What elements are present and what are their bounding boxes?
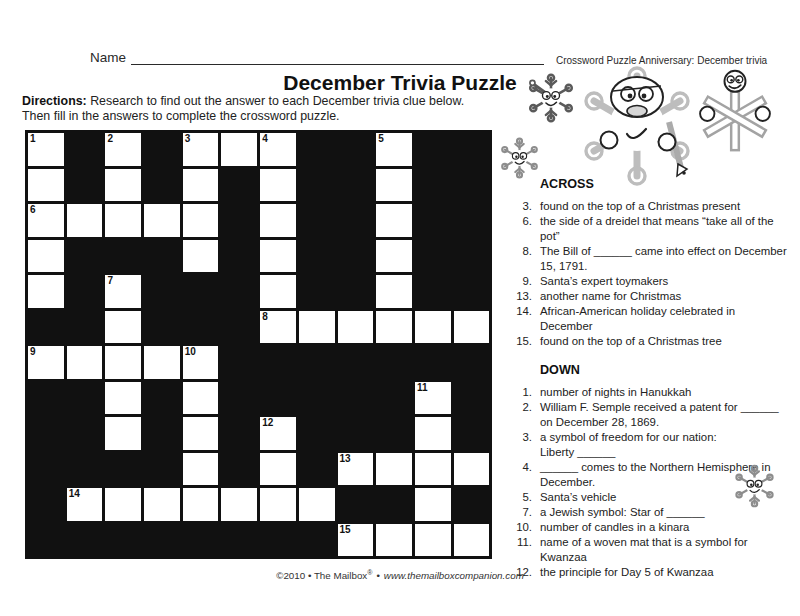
grid-clue-number: 14 [69,488,80,499]
grid-cell[interactable] [260,240,296,273]
clue-text: Santa’s expert toymakers [540,274,798,289]
grid-cell-black [221,204,257,237]
clue-text: another name for Christmas [540,289,798,304]
clue-number: 1. [502,385,540,400]
grid-cell[interactable] [183,240,219,273]
clues-panel: ACROSS 3.found on the top of a Christmas… [502,177,800,580]
snowflake-small-character-icon [497,133,542,183]
grid-cell-black [28,524,64,557]
clue-number: 4. [502,460,540,475]
grid-cell[interactable] [105,346,141,379]
grid-cell[interactable]: 3 [183,133,219,166]
grid-clue-number: 5 [378,133,384,144]
footer-copyright: ©2010 • The Mailbox [276,570,367,581]
grid-cell[interactable]: 10 [183,346,219,379]
clue-number: 10. [502,520,540,535]
grid-cell[interactable] [105,311,141,344]
grid-clue-number: 3 [185,133,191,144]
grid-cell[interactable] [260,488,296,521]
grid-cell-black [299,275,335,308]
grid-cell[interactable] [376,204,412,237]
clue-text: a symbol of freedom for our nation: Libe… [540,430,798,460]
grid-cell-black [415,275,451,308]
snowflake-down-section-icon [731,461,778,511]
grid-cell-black [454,275,490,308]
grid-cell-black [67,169,103,202]
grid-cell-black [105,453,141,486]
clue-text: name of a woven mat that is a symbol for… [540,535,798,565]
grid-cell[interactable] [415,488,451,521]
clue-number: 6. [502,214,540,229]
grid-cell-black [338,204,374,237]
grid-cell-black [144,133,180,166]
grid-cell-black [144,453,180,486]
grid-cell-black [415,346,451,379]
grid-cell[interactable] [28,275,64,308]
grid-cell-black [338,240,374,273]
clue-item: 14.African-American holiday celebrated i… [502,304,800,334]
directions-line2: Then fill in the answers to complete the… [22,109,464,124]
registered-mark: ® [367,569,372,576]
grid-cell[interactable]: 1 [28,133,64,166]
grid-cell-black [221,453,257,486]
grid-cell-black [415,169,451,202]
footer-url: www.themailboxcompanion.com [384,570,524,581]
grid-cell-black [415,240,451,273]
grid-cell[interactable] [260,275,296,308]
grid-cell-black [299,524,335,557]
clue-text: William F. Semple received a patent for … [540,400,798,430]
grid-cell[interactable] [183,382,219,415]
grid-cell-black [454,488,490,521]
grid-cell-black [221,524,257,557]
grid-cell[interactable] [144,346,180,379]
grid-cell-black [28,417,64,450]
grid-cell[interactable]: 12 [260,417,296,450]
grid-cell[interactable] [183,417,219,450]
grid-cell[interactable] [415,524,451,557]
grid-cell-black [105,240,141,273]
grid-clue-number: 8 [262,311,268,322]
grid-cell-black [144,311,180,344]
grid-cell[interactable] [144,204,180,237]
grid-cell-black [415,204,451,237]
grid-clue-number: 11 [417,382,428,393]
clue-number: 5. [502,490,540,505]
grid-clue-number: 12 [262,417,273,428]
grid-cell-black [260,524,296,557]
crossword-grid: 123456789101112131415 [25,130,492,559]
grid-clue-number: 7 [107,275,113,286]
grid-cell[interactable] [376,311,412,344]
grid-cell[interactable] [338,311,374,344]
grid-cell-black [28,311,64,344]
grid-cell-black [299,453,335,486]
grid-cell[interactable] [183,453,219,486]
clue-text: number of nights in Hanukkah [540,385,798,400]
grid-cell[interactable] [454,311,490,344]
grid-cell-black [144,417,180,450]
clue-number: 15. [502,334,540,349]
grid-cell-black [221,169,257,202]
grid-clue-number: 10 [185,346,196,357]
clue-number: 2. [502,400,540,415]
grid-cell[interactable]: 6 [28,204,64,237]
grid-cell-black [28,488,64,521]
grid-cell[interactable] [105,417,141,450]
grid-cell-black [183,311,219,344]
grid-cell[interactable] [376,169,412,202]
grid-cell[interactable]: 11 [415,382,451,415]
grid-cell[interactable] [415,417,451,450]
grid-cell-black [376,346,412,379]
grid-cell-black [299,204,335,237]
grid-cell[interactable] [376,275,412,308]
grid-cell-black [260,346,296,379]
grid-cell-black [67,133,103,166]
grid-cell[interactable] [67,346,103,379]
grid-cell[interactable]: 13 [338,453,374,486]
grid-cell[interactable] [105,382,141,415]
grid-cell[interactable] [221,488,257,521]
snowflake-pencil-character-icon [567,64,707,186]
grid-cell[interactable] [260,204,296,237]
clue-item: 9.Santa’s expert toymakers [502,274,800,289]
grid-cell[interactable] [183,204,219,237]
grid-cell-black [67,275,103,308]
grid-cell-black [144,382,180,415]
clue-number: 13. [502,289,540,304]
grid-cell-black [454,346,490,379]
clue-number: 7. [502,505,540,520]
grid-cell[interactable] [183,169,219,202]
snowflake-star-character-icon [694,66,776,154]
grid-cell[interactable]: 8 [260,311,296,344]
grid-cell-black [299,240,335,273]
grid-cell-black [338,346,374,379]
grid-cell-black [183,275,219,308]
grid-cell-black [338,382,374,415]
across-list: 3.found on the top of a Christmas presen… [502,199,800,349]
grid-cell[interactable] [144,488,180,521]
name-row: Name [90,50,544,65]
clue-item: 8.The Bill of ______ came into effect on… [502,244,800,274]
clue-item: 1.number of nights in Hanukkah [502,385,800,400]
clue-item: 3.found on the top of a Christmas presen… [502,199,800,214]
clue-text: found on the top of a Christmas present [540,199,798,214]
footer-separator: • [376,570,379,581]
grid-cell-black [376,382,412,415]
grid-cell[interactable]: 7 [105,275,141,308]
grid-cell[interactable] [415,453,451,486]
grid-clue-number: 9 [30,346,36,357]
grid-clue-number: 15 [340,524,351,535]
grid-cell[interactable] [28,240,64,273]
grid-clue-number: 6 [30,204,36,215]
grid-cell-black [221,346,257,379]
name-blank-line[interactable] [131,50,544,65]
grid-cell-black [183,524,219,557]
clue-text: number of candles in a kinara [540,520,798,535]
grid-cell[interactable] [415,311,451,344]
grid-cell[interactable] [28,169,64,202]
grid-cell[interactable] [221,133,257,166]
clue-text: found on the top of a Christmas tree [540,334,798,349]
grid-cell[interactable] [376,524,412,557]
grid-clue-number: 4 [262,133,268,144]
grid-cell-black [338,417,374,450]
grid-clue-number: 2 [107,133,113,144]
grid-cell-black [299,133,335,166]
grid-cell-black [260,382,296,415]
clue-number: 11. [502,535,540,550]
grid-cell[interactable]: 5 [376,133,412,166]
clue-item: 13.another name for Christmas [502,289,800,304]
clue-text: African-American holiday celebrated in D… [540,304,798,334]
clue-text: the side of a dreidel that means “take a… [540,214,798,244]
grid-cell-black [67,417,103,450]
grid-cell-black [105,524,141,557]
grid-cell-black [28,453,64,486]
footer: ©2010 • The Mailbox®•www.themailboxcompa… [0,569,800,581]
grid-cell-black [454,169,490,202]
clue-item: 10.number of candles in a kinara [502,520,800,535]
grid-cell-black [338,275,374,308]
grid-cell-black [67,382,103,415]
clue-item: 11.name of a woven mat that is a symbol … [502,535,800,565]
grid-cell-black [221,382,257,415]
grid-cell[interactable]: 4 [260,133,296,166]
grid-cell[interactable] [376,240,412,273]
grid-cell-black [454,417,490,450]
grid-cell-black [144,524,180,557]
clue-item: 2.William F. Semple received a patent fo… [502,400,800,430]
grid-cell[interactable] [376,453,412,486]
grid-cell[interactable] [299,311,335,344]
grid-cell-black [454,382,490,415]
directions-label: Directions: [22,94,87,108]
grid-cell-black [144,275,180,308]
clue-number: 3. [502,430,540,445]
grid-cell[interactable]: 14 [67,488,103,521]
grid-cell-black [454,133,490,166]
grid-cell-black [67,311,103,344]
grid-cell[interactable] [454,453,490,486]
grid-cell-black [221,240,257,273]
grid-cell-black [454,240,490,273]
clue-number: 14. [502,304,540,319]
grid-cell-black [67,524,103,557]
grid-cell[interactable]: 15 [338,524,374,557]
clue-number: 9. [502,274,540,289]
grid-cell-black [338,133,374,166]
grid-cell-black [376,417,412,450]
directions-line1: Research to find out the answer to each … [87,94,464,108]
directions: Directions: Research to find out the ans… [22,94,464,124]
clue-item: 15.found on the top of a Christmas tree [502,334,800,349]
grid-cell-black [144,169,180,202]
grid-cell-black [221,311,257,344]
grid-cell[interactable]: 9 [28,346,64,379]
grid-cell[interactable] [105,204,141,237]
grid-cell-black [299,382,335,415]
grid-cell-black [67,240,103,273]
grid-cell[interactable] [260,453,296,486]
grid-cell-black [144,240,180,273]
grid-clue-number: 1 [30,133,36,144]
grid-cell-black [299,417,335,450]
grid-cell[interactable] [299,488,335,521]
clue-number: 8. [502,244,540,259]
grid-cell-black [454,204,490,237]
grid-cell-black [221,275,257,308]
grid-cell[interactable] [105,169,141,202]
grid-cell[interactable]: 2 [105,133,141,166]
grid-cell-black [67,453,103,486]
grid-cell[interactable] [67,204,103,237]
grid-clue-number: 13 [340,453,351,464]
down-heading: DOWN [540,363,800,377]
worksheet-page: Name Crossword Puzzle Anniversary: Decem… [0,0,800,616]
grid-cell-black [299,169,335,202]
clue-text: The Bill of ______ came into effect on D… [540,244,798,274]
grid-cell[interactable] [260,169,296,202]
clue-number: 3. [502,199,540,214]
clue-item: 6.the side of a dreidel that means “take… [502,214,800,244]
grid-cell[interactable] [183,488,219,521]
grid-cell-black [299,346,335,379]
grid-cell-black [221,417,257,450]
grid-cell-black [415,133,451,166]
grid-cell[interactable] [105,488,141,521]
grid-cell-black [376,488,412,521]
clue-item: 3.a symbol of freedom for our nation: Li… [502,430,800,460]
grid-cell[interactable] [454,524,490,557]
grid-cell-black [338,488,374,521]
grid-cell-black [28,382,64,415]
name-label: Name [90,50,126,65]
grid-cell-black [338,169,374,202]
